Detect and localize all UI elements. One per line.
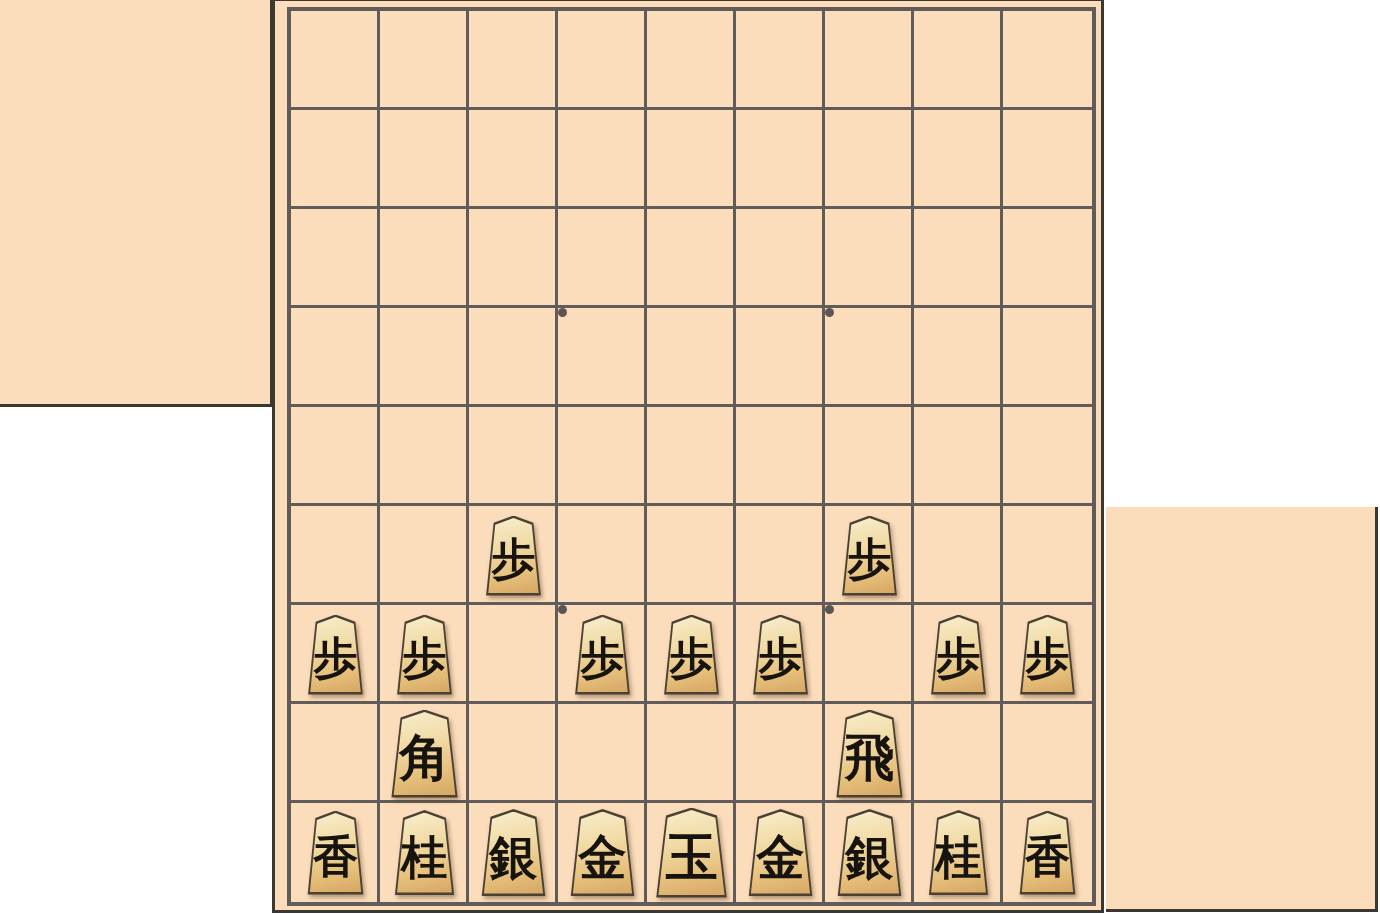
koma-face: 桂 [393,813,456,893]
koma-kanji: 歩 [403,636,447,680]
koma-face: 歩 [485,518,543,593]
gote-piece-stand[interactable] [0,0,273,407]
piece-slot: 歩 [291,605,380,704]
koma-face: 歩 [663,617,721,692]
koma-face: 歩 [752,617,810,692]
piece-knight[interactable]: 桂 [925,810,993,895]
koma-body: 桂 [925,810,993,895]
piece-slot: 金 [736,803,825,902]
koma-body: 角 [387,710,463,798]
sente-piece-stand[interactable] [1106,507,1378,912]
piece-slot: 歩 [914,605,1003,704]
piece-knight[interactable]: 桂 [391,810,459,895]
koma-face: 歩 [396,617,454,692]
koma-face: 金 [569,812,637,894]
piece-pawn[interactable]: 歩 [482,516,545,596]
piece-slot: 銀 [825,803,914,902]
koma-face: 香 [1018,813,1077,892]
koma-kanji: 歩 [492,537,536,581]
piece-slot: 歩 [736,605,825,704]
piece-king[interactable]: 玉 [651,808,732,898]
koma-body: 歩 [927,615,990,695]
piece-slot: 歩 [1003,605,1092,704]
koma-face: 歩 [841,518,899,593]
shogi-board: 歩歩歩歩歩歩歩歩歩角飛香桂銀金玉金銀桂香 [272,0,1104,913]
koma-kanji: 桂 [402,834,448,880]
piece-lance[interactable]: 香 [304,811,368,895]
piece-slot: 歩 [647,605,736,704]
koma-kanji: 銀 [846,833,894,881]
koma-kanji: 歩 [581,636,625,680]
piece-silver[interactable]: 銀 [833,809,906,896]
piece-pawn[interactable]: 歩 [393,615,456,695]
koma-body: 歩 [571,615,634,695]
piece-slot: 歩 [825,506,914,605]
koma-body: 金 [744,809,817,896]
piece-slot: 飛 [825,704,914,803]
koma-body: 銀 [833,809,906,896]
piece-gold[interactable]: 金 [566,809,639,896]
koma-kanji: 飛 [845,733,895,783]
koma-body: 歩 [393,615,456,695]
koma-body: 歩 [660,615,723,695]
piece-slot: 角 [380,704,469,803]
koma-kanji: 歩 [937,636,981,680]
koma-kanji: 金 [757,833,805,881]
shogi-game-view: 歩歩歩歩歩歩歩歩歩角飛香桂銀金玉金銀桂香 [0,0,1380,916]
piece-slot: 香 [1003,803,1092,902]
piece-pawn[interactable]: 歩 [304,615,367,695]
piece-pawn[interactable]: 歩 [660,615,723,695]
piece-slot: 歩 [380,605,469,704]
koma-face: 角 [389,712,460,795]
koma-body: 玉 [651,808,732,898]
koma-kanji: 桂 [936,834,982,880]
piece-gold[interactable]: 金 [744,809,817,896]
koma-face: 歩 [930,617,988,692]
piece-slot: 桂 [380,803,469,902]
piece-bishop[interactable]: 角 [387,710,463,798]
koma-kanji: 香 [1025,834,1070,879]
koma-kanji: 歩 [759,636,803,680]
koma-kanji: 歩 [848,537,892,581]
koma-face: 香 [306,813,365,892]
piece-slot: 玉 [647,803,736,902]
koma-kanji: 金 [579,833,627,881]
piece-slot: 銀 [469,803,558,902]
piece-slot: 歩 [558,605,647,704]
koma-body: 歩 [482,516,545,596]
koma-face: 銀 [480,812,548,894]
koma-body: 金 [566,809,639,896]
koma-face: 歩 [574,617,632,692]
piece-pawn[interactable]: 歩 [571,615,634,695]
piece-pawn[interactable]: 歩 [838,516,901,596]
koma-kanji: 香 [313,834,358,879]
piece-lance[interactable]: 香 [1016,811,1080,895]
koma-body: 歩 [838,516,901,596]
koma-face: 歩 [1019,617,1077,692]
koma-body: 香 [304,811,368,895]
koma-body: 桂 [391,810,459,895]
koma-body: 香 [1016,811,1080,895]
koma-body: 歩 [304,615,367,695]
koma-kanji: 歩 [670,636,714,680]
koma-kanji: 歩 [314,636,358,680]
piece-slot: 香 [291,803,380,902]
piece-layer: 歩歩歩歩歩歩歩歩歩角飛香桂銀金玉金銀桂香 [291,11,1092,902]
koma-kanji: 角 [400,733,450,783]
piece-pawn[interactable]: 歩 [749,615,812,695]
koma-body: 歩 [749,615,812,695]
koma-kanji: 玉 [666,831,718,883]
piece-pawn[interactable]: 歩 [927,615,990,695]
koma-face: 金 [747,812,815,894]
koma-body: 銀 [477,809,550,896]
koma-face: 歩 [307,617,365,692]
piece-pawn[interactable]: 歩 [1016,615,1079,695]
piece-silver[interactable]: 銀 [477,809,550,896]
koma-kanji: 銀 [490,833,538,881]
piece-slot: 金 [558,803,647,902]
koma-face: 飛 [834,712,905,795]
piece-slot: 桂 [914,803,1003,902]
koma-body: 歩 [1016,615,1079,695]
piece-slot: 歩 [469,506,558,605]
koma-body: 飛 [832,710,908,798]
koma-face: 桂 [927,813,990,893]
koma-face: 銀 [836,812,904,894]
koma-face: 玉 [654,810,730,895]
piece-rook[interactable]: 飛 [832,710,908,798]
koma-kanji: 歩 [1026,636,1070,680]
